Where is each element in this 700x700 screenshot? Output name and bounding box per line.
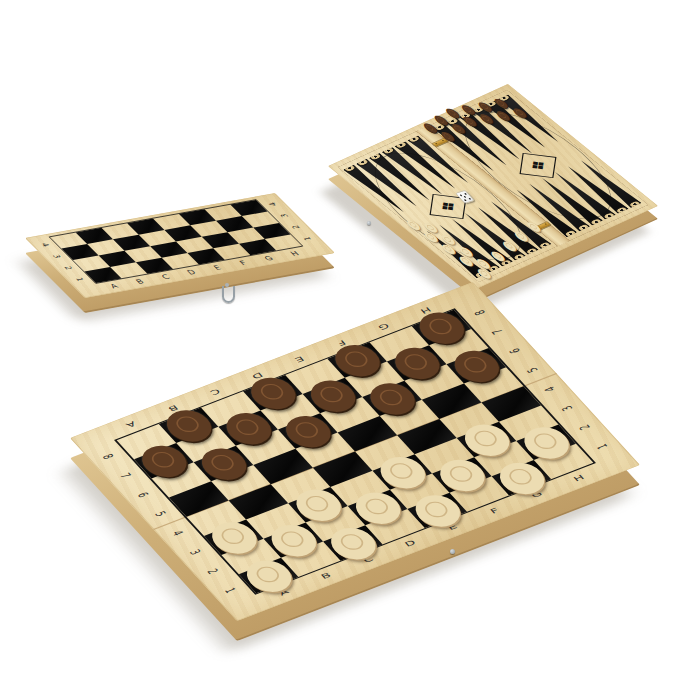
die-pip-icon <box>463 196 466 198</box>
rank-label-right: 8 <box>472 309 487 317</box>
point-base-ornament-icon <box>614 205 630 215</box>
rank-label-right: 6 <box>507 347 522 355</box>
rank-label-right: 4 <box>542 385 557 393</box>
file-label: H <box>289 250 301 257</box>
rank-label: 4 <box>170 529 185 537</box>
file-label-far: C <box>209 388 222 397</box>
file-label: F <box>489 507 501 515</box>
rank-label: 7 <box>118 472 133 480</box>
backgammon-board: ❖❖ ●○●○●○●○●○●○●○●○●○●○●○●○●○●○●○●○●○●○●… <box>328 84 658 288</box>
medallion-glyph: ❖ <box>435 198 461 215</box>
die-pip-icon <box>463 199 466 201</box>
file-label: E <box>212 264 223 270</box>
rank-label: 1 <box>223 586 238 594</box>
medallion-glyph: ❖ <box>525 157 551 174</box>
rank-label: 3 <box>51 254 62 259</box>
rank-label-right: 2 <box>290 224 301 229</box>
rank-label: 4 <box>39 242 50 247</box>
file-label: A <box>109 283 120 290</box>
product-photo-scene: ❖❖ ●○●○●○●○●○●○●○●○●○●○●○●○●○●○●○●○●○●○●… <box>0 0 700 700</box>
point-base-ornament-icon <box>627 200 643 210</box>
file-label: D <box>186 269 198 276</box>
file-label: F <box>238 260 248 266</box>
point-base-ornament-icon <box>393 140 409 150</box>
point-base-ornament-icon <box>537 241 553 251</box>
die-pip-icon <box>464 193 467 195</box>
file-label-far: E <box>293 355 305 363</box>
rank-label-right: 3 <box>279 213 290 218</box>
rank-label: 2 <box>62 265 73 270</box>
die-pip-icon <box>468 198 471 200</box>
medallion-icon: ❖ <box>520 153 557 178</box>
point-base-ornament-icon <box>575 223 591 233</box>
file-label-far: G <box>377 322 391 331</box>
file-label: D <box>403 539 417 548</box>
latch-pin-icon <box>450 549 455 554</box>
die-pip-icon <box>459 194 462 196</box>
rank-label-right: 2 <box>577 423 592 431</box>
point-base-ornament-icon <box>354 158 370 168</box>
rank-label: 5 <box>153 510 168 518</box>
latch-pin-icon <box>367 221 371 225</box>
rank-label-right: 1 <box>595 443 610 451</box>
backgammon-ornaments: ❖❖ <box>328 84 508 166</box>
clasp-hook-icon <box>222 286 235 303</box>
file-label: B <box>134 278 145 285</box>
rank-label: 3 <box>188 548 203 556</box>
file-label: H <box>572 474 586 483</box>
rank-label-right: 7 <box>490 328 505 336</box>
rank-label-right: 4 <box>267 201 278 206</box>
rank-label-right: 3 <box>560 404 575 412</box>
rank-label: 2 <box>205 567 220 575</box>
file-label: B <box>319 572 332 581</box>
file-label: G <box>263 255 275 262</box>
rank-label: 1 <box>74 277 85 282</box>
rank-label-right: 5 <box>525 366 540 374</box>
point-base-ornament-icon <box>524 246 540 256</box>
file-label-far: A <box>124 420 137 429</box>
point-base-ornament-icon <box>406 134 422 144</box>
file-label: C <box>160 274 172 281</box>
rank-label: 8 <box>100 452 115 460</box>
rank-label-right: 1 <box>302 236 313 241</box>
point-base-ornament-icon <box>342 163 358 173</box>
rank-label: 6 <box>135 491 150 499</box>
